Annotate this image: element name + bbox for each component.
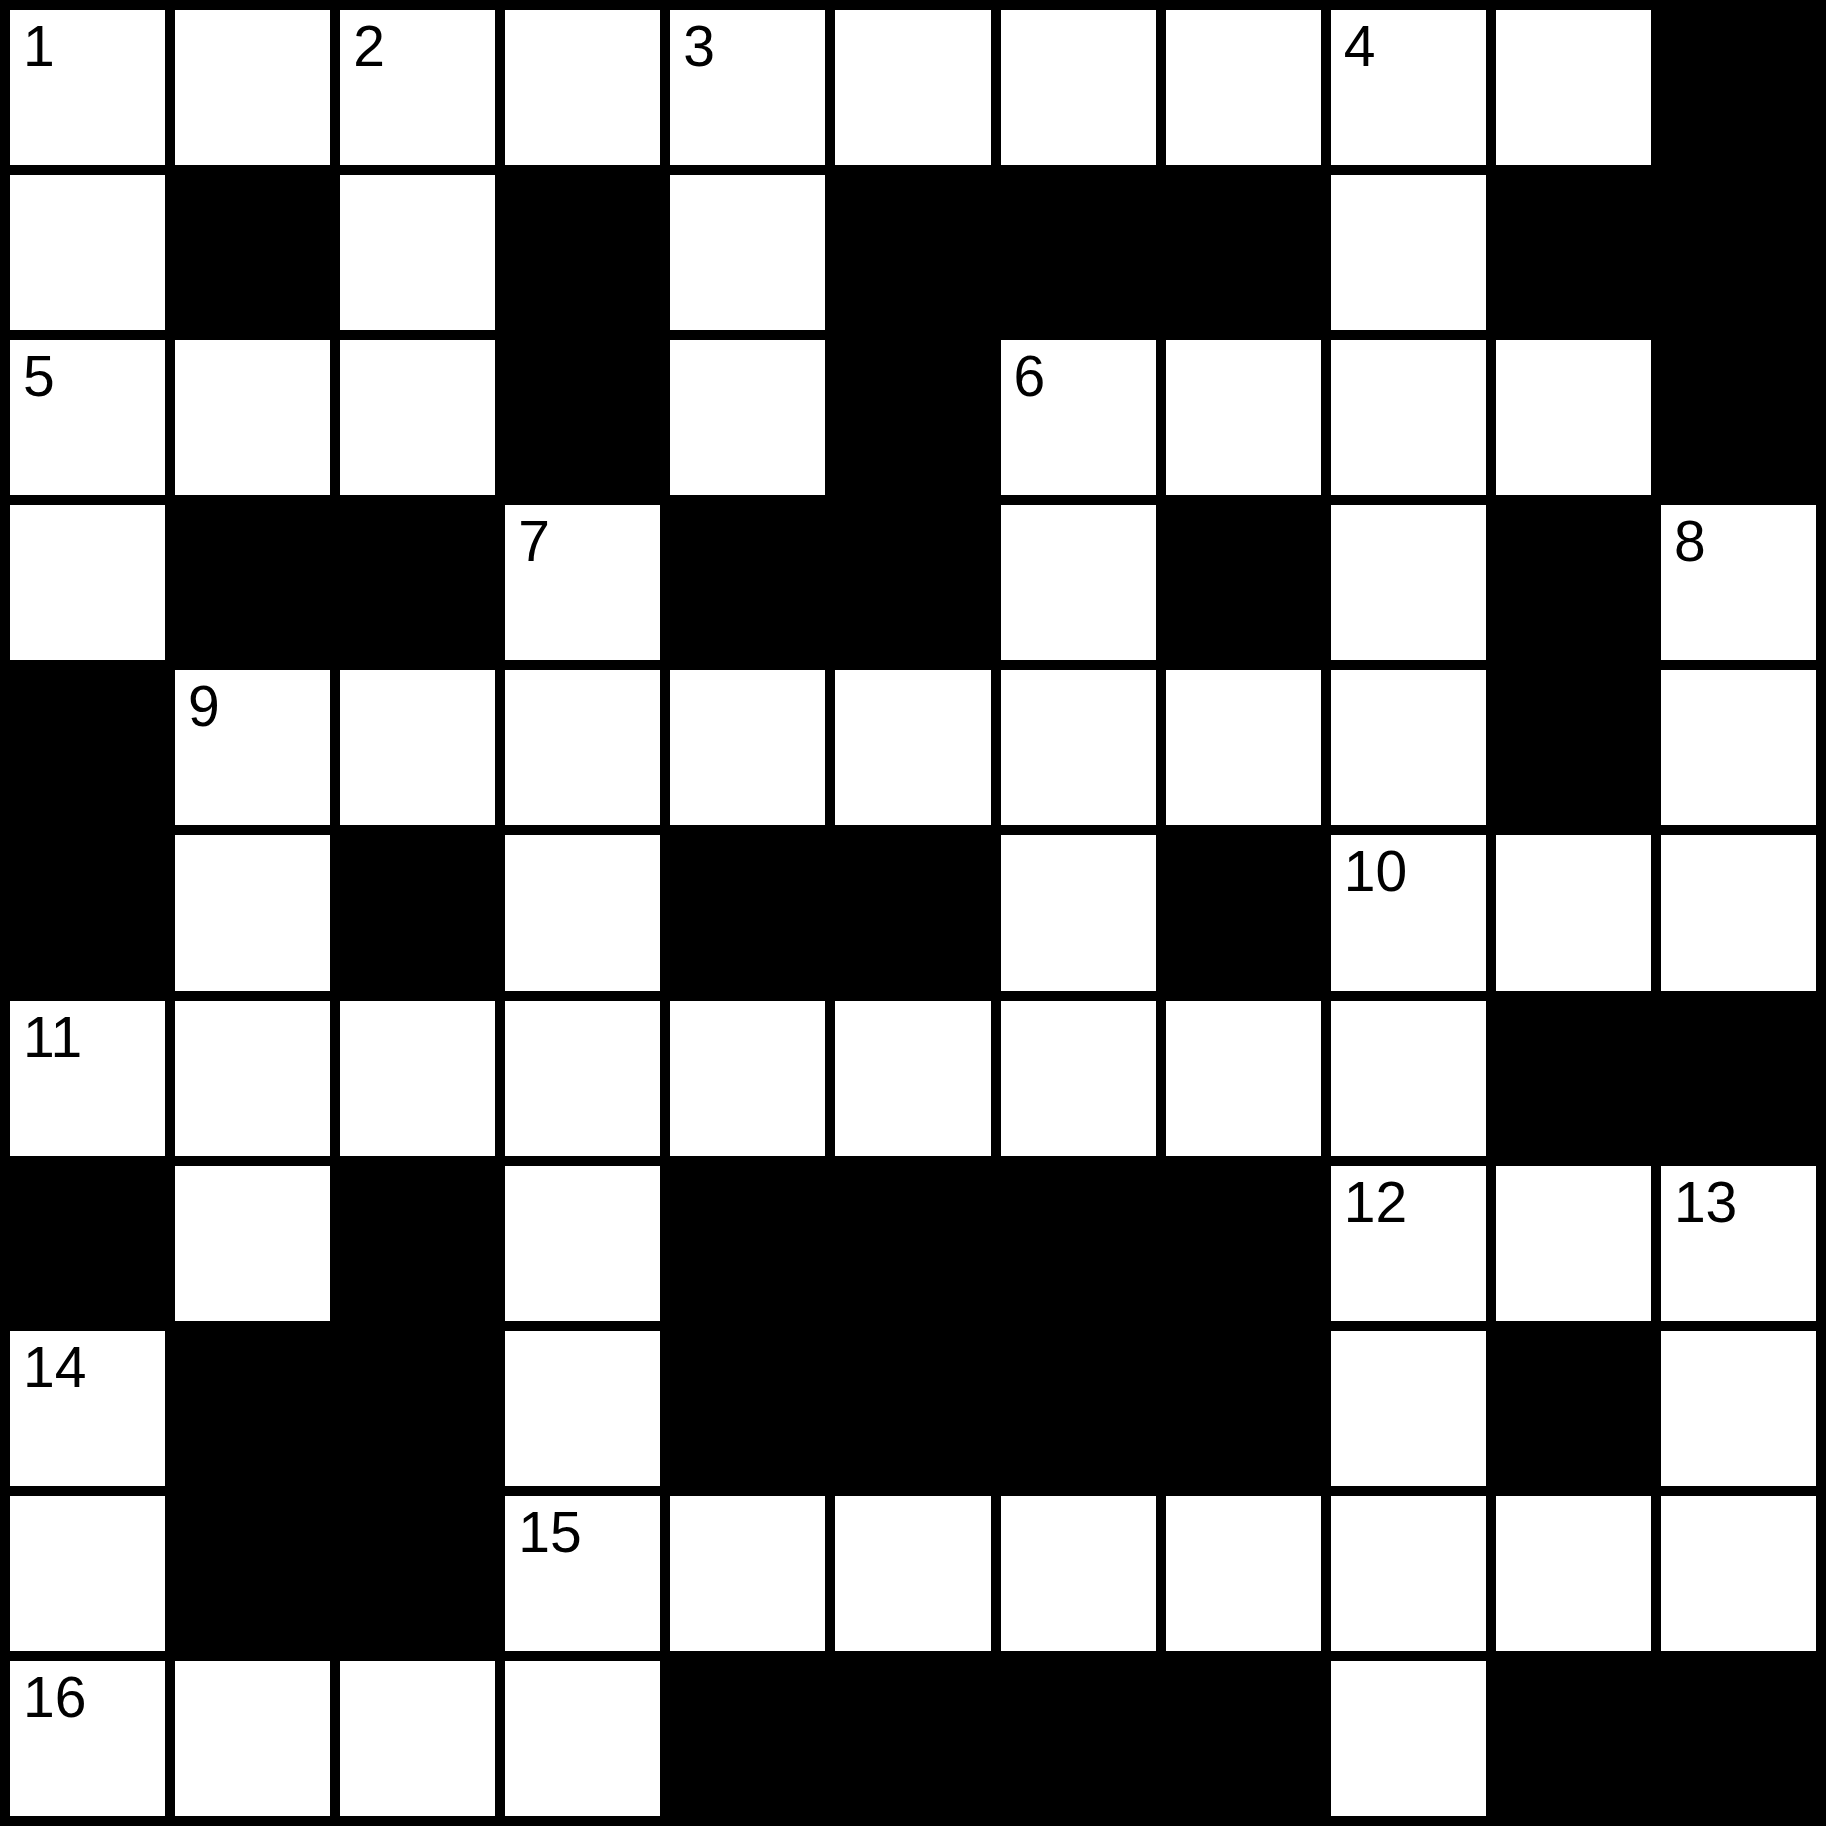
cell-r6c4[interactable] bbox=[670, 1001, 825, 1156]
cell-r0c9[interactable] bbox=[1496, 10, 1651, 165]
block-cell-r5c4 bbox=[670, 835, 825, 990]
cell-r9c10[interactable] bbox=[1661, 1496, 1816, 1651]
block-cell-r1c3 bbox=[505, 175, 660, 330]
cell-r5c6[interactable] bbox=[1001, 835, 1156, 990]
cell-r6c7[interactable] bbox=[1166, 1001, 1321, 1156]
block-cell-r3c7 bbox=[1166, 505, 1321, 660]
clue-number-5: 5 bbox=[23, 345, 55, 408]
block-cell-r10c7 bbox=[1166, 1661, 1321, 1816]
cell-r4c5[interactable] bbox=[835, 670, 990, 825]
cell-r7c8[interactable]: 12 bbox=[1331, 1166, 1486, 1321]
block-cell-r2c3 bbox=[505, 340, 660, 495]
cell-r2c1[interactable] bbox=[175, 340, 330, 495]
block-cell-r10c5 bbox=[835, 1661, 990, 1816]
block-cell-r4c9 bbox=[1496, 670, 1651, 825]
clue-number-10: 10 bbox=[1344, 840, 1407, 903]
cell-r3c3[interactable]: 7 bbox=[505, 505, 660, 660]
cell-r5c1[interactable] bbox=[175, 835, 330, 990]
cell-r9c9[interactable] bbox=[1496, 1496, 1651, 1651]
block-cell-r4c0 bbox=[10, 670, 165, 825]
cell-r0c8[interactable]: 4 bbox=[1331, 10, 1486, 165]
block-cell-r0c10 bbox=[1661, 10, 1816, 165]
cell-r1c8[interactable] bbox=[1331, 175, 1486, 330]
block-cell-r7c5 bbox=[835, 1166, 990, 1321]
cell-r2c0[interactable]: 5 bbox=[10, 340, 165, 495]
block-cell-r3c5 bbox=[835, 505, 990, 660]
block-cell-r6c9 bbox=[1496, 1001, 1651, 1156]
cell-r8c3[interactable] bbox=[505, 1331, 660, 1486]
cell-r6c8[interactable] bbox=[1331, 1001, 1486, 1156]
cell-r6c2[interactable] bbox=[340, 1001, 495, 1156]
block-cell-r7c4 bbox=[670, 1166, 825, 1321]
cell-r6c0[interactable]: 11 bbox=[10, 1001, 165, 1156]
clue-number-11: 11 bbox=[23, 1006, 82, 1069]
cell-r2c9[interactable] bbox=[1496, 340, 1651, 495]
cell-r0c4[interactable]: 3 bbox=[670, 10, 825, 165]
block-cell-r9c1 bbox=[175, 1496, 330, 1651]
block-cell-r1c6 bbox=[1001, 175, 1156, 330]
block-cell-r10c9 bbox=[1496, 1661, 1651, 1816]
cell-r4c1[interactable]: 9 bbox=[175, 670, 330, 825]
cell-r3c10[interactable]: 8 bbox=[1661, 505, 1816, 660]
block-cell-r10c4 bbox=[670, 1661, 825, 1816]
cell-r0c3[interactable] bbox=[505, 10, 660, 165]
cell-r7c9[interactable] bbox=[1496, 1166, 1651, 1321]
cell-r4c7[interactable] bbox=[1166, 670, 1321, 825]
block-cell-r8c1 bbox=[175, 1331, 330, 1486]
block-cell-r2c10 bbox=[1661, 340, 1816, 495]
cell-r0c1[interactable] bbox=[175, 10, 330, 165]
cell-r7c3[interactable] bbox=[505, 1166, 660, 1321]
cell-r5c3[interactable] bbox=[505, 835, 660, 990]
block-cell-r8c7 bbox=[1166, 1331, 1321, 1486]
cell-r0c7[interactable] bbox=[1166, 10, 1321, 165]
clue-number-9: 9 bbox=[188, 675, 220, 738]
block-cell-r10c10 bbox=[1661, 1661, 1816, 1816]
clue-number-6: 6 bbox=[1014, 345, 1046, 408]
block-cell-r8c4 bbox=[670, 1331, 825, 1486]
cell-r1c2[interactable] bbox=[340, 175, 495, 330]
clue-number-14: 14 bbox=[23, 1336, 86, 1399]
cell-r6c6[interactable] bbox=[1001, 1001, 1156, 1156]
cell-r4c10[interactable] bbox=[1661, 670, 1816, 825]
block-cell-r7c7 bbox=[1166, 1166, 1321, 1321]
block-cell-r1c10 bbox=[1661, 175, 1816, 330]
cell-r1c0[interactable] bbox=[10, 175, 165, 330]
cell-r8c10[interactable] bbox=[1661, 1331, 1816, 1486]
clue-number-12: 12 bbox=[1344, 1171, 1407, 1234]
cell-r9c0[interactable] bbox=[10, 1496, 165, 1651]
cell-r10c2[interactable] bbox=[340, 1661, 495, 1816]
block-cell-r3c9 bbox=[1496, 505, 1651, 660]
cell-r5c10[interactable] bbox=[1661, 835, 1816, 990]
clue-number-3: 3 bbox=[683, 15, 715, 78]
cell-r8c8[interactable] bbox=[1331, 1331, 1486, 1486]
cell-r8c0[interactable]: 14 bbox=[10, 1331, 165, 1486]
block-cell-r2c5 bbox=[835, 340, 990, 495]
cell-r4c3[interactable] bbox=[505, 670, 660, 825]
cell-r2c8[interactable] bbox=[1331, 340, 1486, 495]
cell-r4c2[interactable] bbox=[340, 670, 495, 825]
cell-r10c8[interactable] bbox=[1331, 1661, 1486, 1816]
block-cell-r8c5 bbox=[835, 1331, 990, 1486]
block-cell-r8c2 bbox=[340, 1331, 495, 1486]
cell-r3c0[interactable] bbox=[10, 505, 165, 660]
cell-r4c4[interactable] bbox=[670, 670, 825, 825]
clue-number-7: 7 bbox=[518, 510, 550, 573]
cell-r2c4[interactable] bbox=[670, 340, 825, 495]
block-cell-r6c10 bbox=[1661, 1001, 1816, 1156]
cell-r10c1[interactable] bbox=[175, 1661, 330, 1816]
block-cell-r10c6 bbox=[1001, 1661, 1156, 1816]
cell-r6c3[interactable] bbox=[505, 1001, 660, 1156]
crossword-grid: 12345678910111213141516 bbox=[0, 0, 1826, 1826]
block-cell-r1c7 bbox=[1166, 175, 1321, 330]
clue-number-1: 1 bbox=[23, 15, 55, 78]
block-cell-r7c0 bbox=[10, 1166, 165, 1321]
clue-number-16: 16 bbox=[23, 1666, 86, 1729]
block-cell-r8c9 bbox=[1496, 1331, 1651, 1486]
block-cell-r1c5 bbox=[835, 175, 990, 330]
clue-number-13: 13 bbox=[1674, 1171, 1737, 1234]
block-cell-r3c1 bbox=[175, 505, 330, 660]
cell-r0c2[interactable]: 2 bbox=[340, 10, 495, 165]
cell-r6c5[interactable] bbox=[835, 1001, 990, 1156]
block-cell-r1c9 bbox=[1496, 175, 1651, 330]
cell-r4c6[interactable] bbox=[1001, 670, 1156, 825]
cell-r3c8[interactable] bbox=[1331, 505, 1486, 660]
cell-r9c7[interactable] bbox=[1166, 1496, 1321, 1651]
block-cell-r5c5 bbox=[835, 835, 990, 990]
cell-r7c10[interactable]: 13 bbox=[1661, 1166, 1816, 1321]
block-cell-r5c2 bbox=[340, 835, 495, 990]
cell-r9c4[interactable] bbox=[670, 1496, 825, 1651]
cell-r6c1[interactable] bbox=[175, 1001, 330, 1156]
block-cell-r9c2 bbox=[340, 1496, 495, 1651]
cell-r0c0[interactable]: 1 bbox=[10, 10, 165, 165]
cell-r1c4[interactable] bbox=[670, 175, 825, 330]
block-cell-r3c4 bbox=[670, 505, 825, 660]
cell-r5c8[interactable]: 10 bbox=[1331, 835, 1486, 990]
cell-r5c9[interactable] bbox=[1496, 835, 1651, 990]
cell-r10c3[interactable] bbox=[505, 1661, 660, 1816]
clue-number-4: 4 bbox=[1344, 15, 1376, 78]
block-cell-r7c6 bbox=[1001, 1166, 1156, 1321]
cell-r4c8[interactable] bbox=[1331, 670, 1486, 825]
cell-r9c6[interactable] bbox=[1001, 1496, 1156, 1651]
cell-r3c6[interactable] bbox=[1001, 505, 1156, 660]
clue-number-15: 15 bbox=[518, 1501, 581, 1564]
cell-r2c7[interactable] bbox=[1166, 340, 1321, 495]
cell-r9c5[interactable] bbox=[835, 1496, 990, 1651]
block-cell-r7c2 bbox=[340, 1166, 495, 1321]
cell-r0c5[interactable] bbox=[835, 10, 990, 165]
cell-r2c2[interactable] bbox=[340, 340, 495, 495]
block-cell-r1c1 bbox=[175, 175, 330, 330]
cell-r10c0[interactable]: 16 bbox=[10, 1661, 165, 1816]
block-cell-r3c2 bbox=[340, 505, 495, 660]
clue-number-2: 2 bbox=[353, 15, 385, 78]
block-cell-r8c6 bbox=[1001, 1331, 1156, 1486]
block-cell-r5c7 bbox=[1166, 835, 1321, 990]
cell-r7c1[interactable] bbox=[175, 1166, 330, 1321]
cell-r2c6[interactable]: 6 bbox=[1001, 340, 1156, 495]
cell-r0c6[interactable] bbox=[1001, 10, 1156, 165]
cell-r9c3[interactable]: 15 bbox=[505, 1496, 660, 1651]
clue-number-8: 8 bbox=[1674, 510, 1706, 573]
block-cell-r5c0 bbox=[10, 835, 165, 990]
cell-r9c8[interactable] bbox=[1331, 1496, 1486, 1651]
